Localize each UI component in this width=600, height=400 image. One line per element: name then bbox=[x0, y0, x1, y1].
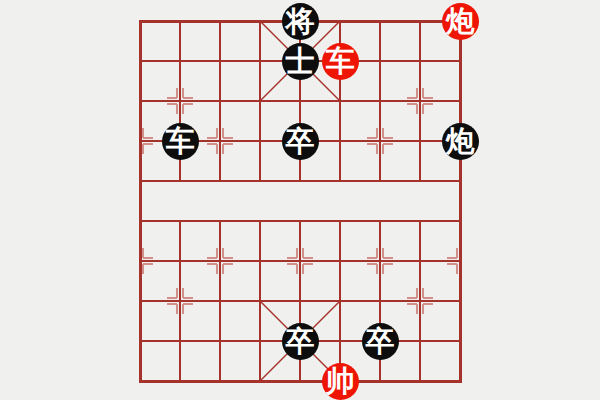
piece-black-cannon[interactable]: 炮 bbox=[442, 123, 479, 160]
piece-black-soldier-3[interactable]: 卒 bbox=[362, 323, 399, 360]
piece-black-advisor[interactable]: 士 bbox=[282, 43, 319, 80]
pieces-layer[interactable]: 将炮士车车卒炮卒卒帅 bbox=[120, 1, 480, 400]
piece-black-soldier-1[interactable]: 卒 bbox=[282, 123, 319, 160]
piece-red-general[interactable]: 帅 bbox=[322, 363, 359, 400]
piece-black-general[interactable]: 将 bbox=[282, 3, 319, 40]
xiangqi-board-area: 将炮士车车卒炮卒卒帅 bbox=[0, 0, 600, 400]
piece-black-soldier-2[interactable]: 卒 bbox=[282, 323, 319, 360]
piece-red-chariot[interactable]: 车 bbox=[322, 43, 359, 80]
piece-black-chariot[interactable]: 车 bbox=[162, 123, 199, 160]
piece-red-cannon[interactable]: 炮 bbox=[442, 3, 479, 40]
